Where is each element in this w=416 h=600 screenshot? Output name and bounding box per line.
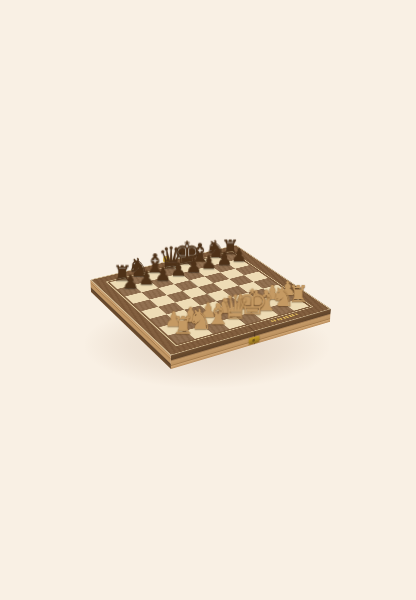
brass-latch bbox=[163, 256, 170, 263]
product-photo-canvas: { "meta": { "type": "product-photo", "su… bbox=[0, 0, 416, 600]
